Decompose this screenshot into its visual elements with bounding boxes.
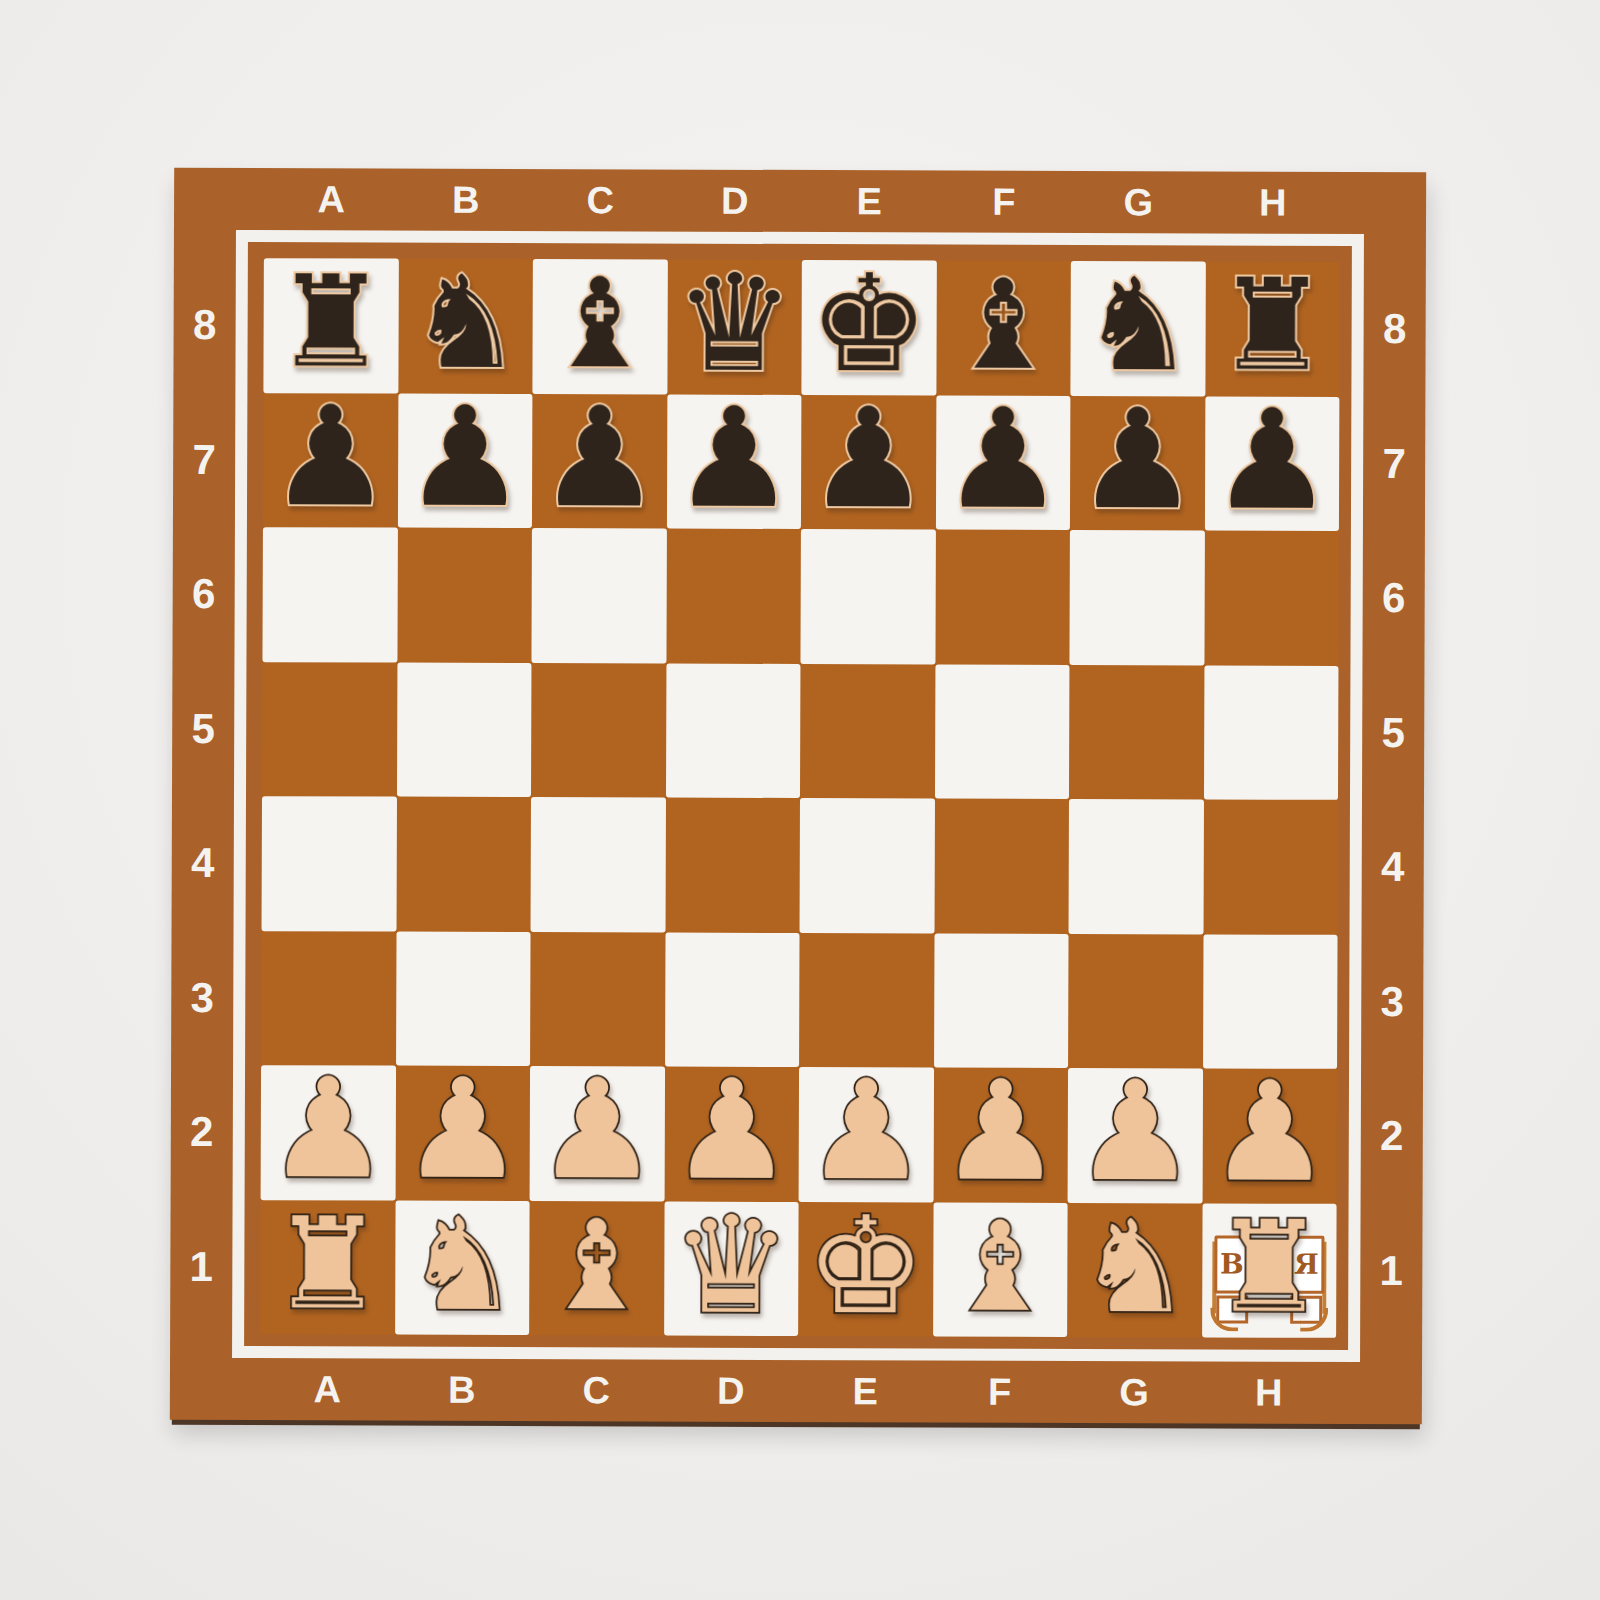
rank-labels-left: 87654321 (170, 258, 236, 1334)
rank-label-right-8: 8 (1363, 262, 1425, 397)
piece-black-king-icon[interactable]: ♚ (809, 257, 930, 391)
piece-white-queen-icon[interactable]: ♛ (671, 1198, 792, 1332)
square-b2[interactable]: ♟ (395, 1066, 530, 1201)
file-label-top-f: F (936, 170, 1071, 232)
square-f2[interactable]: ♟ (933, 1067, 1068, 1202)
square-d3[interactable] (665, 932, 800, 1067)
file-label-top-e: E (802, 170, 937, 232)
square-a8[interactable]: ♜ (263, 258, 398, 393)
square-g7[interactable]: ♟ (1070, 395, 1205, 530)
square-c1[interactable]: ♝ (529, 1201, 664, 1336)
square-b4[interactable] (396, 797, 531, 932)
square-g1[interactable]: ♞ (1067, 1202, 1202, 1337)
piece-white-king-icon[interactable]: ♚ (805, 1199, 926, 1333)
square-b3[interactable] (396, 931, 531, 1066)
piece-white-knight-icon[interactable]: ♞ (1077, 1203, 1192, 1331)
scene: ABCDEFGH ABCDEFGH 87654321 87654321 ♜♞♝♛… (0, 0, 1600, 1600)
piece-white-pawn-icon[interactable]: ♟ (1073, 1063, 1197, 1201)
piece-black-knight-icon[interactable]: ♞ (1080, 261, 1195, 389)
file-label-bottom-f: F (932, 1360, 1067, 1422)
square-g5[interactable] (1069, 664, 1204, 799)
file-label-top-h: H (1205, 171, 1340, 233)
square-h4[interactable] (1203, 799, 1338, 934)
piece-white-pawn-icon[interactable]: ♟ (266, 1060, 390, 1198)
piece-white-bishop-icon[interactable]: ♝ (944, 1204, 1056, 1328)
rank-label-left-7: 7 (173, 392, 235, 527)
square-e3[interactable] (799, 933, 934, 1068)
file-label-top-c: C (533, 169, 668, 231)
square-c6[interactable] (531, 528, 666, 663)
square-b5[interactable] (396, 662, 531, 797)
square-h5[interactable] (1203, 665, 1338, 800)
square-e5[interactable] (800, 664, 935, 799)
square-c7[interactable]: ♟ (532, 394, 667, 529)
piece-black-pawn-icon[interactable]: ♟ (672, 389, 796, 527)
file-label-bottom-c: C (529, 1359, 664, 1421)
piece-black-pawn-icon[interactable]: ♟ (1210, 391, 1334, 529)
square-c2[interactable]: ♟ (530, 1066, 665, 1201)
rank-label-left-3: 3 (171, 930, 233, 1065)
piece-white-pawn-icon[interactable]: ♟ (938, 1063, 1062, 1201)
rank-labels-right: 87654321 (1360, 262, 1426, 1338)
square-f8[interactable]: ♝ (936, 260, 1071, 395)
square-g3[interactable] (1068, 933, 1203, 1068)
square-d5[interactable] (665, 663, 800, 798)
piece-black-knight-icon[interactable]: ♞ (408, 259, 523, 387)
rank-label-left-8: 8 (173, 258, 235, 393)
chess-board: ABCDEFGH ABCDEFGH 87654321 87654321 ♜♞♝♛… (170, 168, 1426, 1424)
rank-label-left-1: 1 (170, 1199, 232, 1334)
rank-label-left-4: 4 (172, 796, 234, 931)
piece-white-knight-icon[interactable]: ♞ (405, 1200, 520, 1328)
square-c5[interactable] (531, 663, 666, 798)
square-h8[interactable]: ♜ (1205, 261, 1340, 396)
piece-black-rook-icon[interactable]: ♜ (274, 259, 387, 385)
square-c8[interactable]: ♝ (532, 259, 667, 394)
file-label-bottom-b: B (394, 1359, 529, 1421)
square-e2[interactable]: ♟ (799, 1067, 934, 1202)
square-h3[interactable] (1203, 934, 1338, 1069)
file-label-top-b: B (398, 169, 533, 231)
piece-black-pawn-icon[interactable]: ♟ (941, 390, 1065, 528)
square-f3[interactable] (934, 933, 1069, 1068)
file-labels-top: ABCDEFGH (264, 168, 1340, 234)
square-b6[interactable] (397, 528, 532, 663)
file-label-bottom-e: E (798, 1360, 933, 1422)
square-g2[interactable]: ♟ (1068, 1068, 1203, 1203)
file-label-top-g: G (1071, 171, 1206, 233)
rank-label-right-3: 3 (1361, 934, 1423, 1069)
square-b1[interactable]: ♞ (395, 1200, 530, 1335)
file-label-top-d: D (667, 170, 802, 232)
square-d8[interactable]: ♛ (667, 260, 802, 395)
square-f6[interactable] (935, 529, 1070, 664)
square-a3[interactable] (261, 931, 396, 1066)
square-b7[interactable]: ♟ (397, 393, 532, 528)
square-f1[interactable]: ♝ (933, 1202, 1068, 1337)
square-d6[interactable] (666, 529, 801, 664)
rank-label-right-7: 7 (1363, 396, 1425, 531)
rank-label-right-2: 2 (1361, 1069, 1423, 1204)
square-e4[interactable] (800, 798, 935, 933)
square-h1[interactable]: ВЯ♜ (1202, 1203, 1337, 1338)
piece-black-pawn-icon[interactable]: ♟ (1075, 391, 1199, 529)
piece-black-bishop-icon[interactable]: ♝ (948, 263, 1060, 387)
rank-label-right-1: 1 (1360, 1203, 1422, 1338)
square-h7[interactable]: ♟ (1204, 396, 1339, 531)
piece-black-pawn-icon[interactable]: ♟ (268, 388, 392, 526)
file-label-bottom-d: D (663, 1360, 798, 1422)
playing-field: ♜♞♝♛♚♝♞♜♟♟♟♟♟♟♟♟♟♟♟♟♟♟♟♟♜♞♝♛♚♝♞ВЯ♜ (260, 258, 1340, 1338)
piece-black-pawn-icon[interactable]: ♟ (403, 388, 527, 526)
piece-black-pawn-icon[interactable]: ♟ (537, 389, 661, 527)
file-labels-bottom: ABCDEFGH (260, 1358, 1336, 1424)
square-e1[interactable]: ♚ (798, 1202, 933, 1337)
square-d2[interactable]: ♟ (664, 1067, 799, 1202)
rank-label-left-5: 5 (172, 661, 234, 796)
square-f4[interactable] (934, 798, 1069, 933)
square-h2[interactable]: ♟ (1202, 1068, 1337, 1203)
rank-label-right-5: 5 (1362, 665, 1424, 800)
piece-white-rook-icon[interactable]: ♜ (1212, 1204, 1325, 1330)
square-a6[interactable] (262, 527, 397, 662)
rank-label-left-2: 2 (171, 1065, 233, 1200)
square-b8[interactable]: ♞ (398, 259, 533, 394)
square-a5[interactable] (262, 662, 397, 797)
square-g4[interactable] (1069, 799, 1204, 934)
square-e7[interactable]: ♟ (801, 395, 936, 530)
rank-label-right-4: 4 (1362, 800, 1424, 935)
square-a1[interactable]: ♜ (260, 1200, 395, 1335)
rank-label-left-6: 6 (172, 527, 234, 662)
square-c3[interactable] (530, 932, 665, 1067)
square-a4[interactable] (262, 796, 397, 931)
file-label-bottom-h: H (1201, 1361, 1336, 1423)
piece-white-pawn-icon[interactable]: ♟ (1207, 1064, 1331, 1202)
piece-white-pawn-icon[interactable]: ♟ (400, 1061, 524, 1199)
square-g6[interactable] (1069, 530, 1204, 665)
rank-label-right-6: 6 (1362, 531, 1424, 666)
file-label-top-a: A (264, 168, 399, 230)
piece-black-pawn-icon[interactable]: ♟ (806, 390, 930, 528)
square-c4[interactable] (531, 797, 666, 932)
piece-black-rook-icon[interactable]: ♜ (1216, 263, 1329, 389)
piece-black-bishop-icon[interactable]: ♝ (544, 261, 656, 385)
square-f7[interactable]: ♟ (935, 395, 1070, 530)
square-g8[interactable]: ♞ (1070, 261, 1205, 396)
piece-white-pawn-icon[interactable]: ♟ (804, 1062, 928, 1200)
piece-white-pawn-icon[interactable]: ♟ (535, 1061, 659, 1199)
square-e8[interactable]: ♚ (801, 260, 936, 395)
piece-white-rook-icon[interactable]: ♜ (271, 1201, 384, 1327)
piece-black-queen-icon[interactable]: ♛ (674, 257, 795, 391)
square-a2[interactable]: ♟ (261, 1065, 396, 1200)
square-e6[interactable] (800, 529, 935, 664)
square-f5[interactable] (934, 664, 1069, 799)
square-d1[interactable]: ♛ (664, 1201, 799, 1336)
square-d7[interactable]: ♟ (666, 394, 801, 529)
piece-white-bishop-icon[interactable]: ♝ (541, 1203, 653, 1327)
file-label-bottom-a: A (260, 1358, 395, 1420)
square-d4[interactable] (665, 798, 800, 933)
square-a7[interactable]: ♟ (263, 393, 398, 528)
piece-white-pawn-icon[interactable]: ♟ (669, 1062, 793, 1200)
square-h6[interactable] (1204, 530, 1339, 665)
file-label-bottom-g: G (1067, 1361, 1202, 1423)
